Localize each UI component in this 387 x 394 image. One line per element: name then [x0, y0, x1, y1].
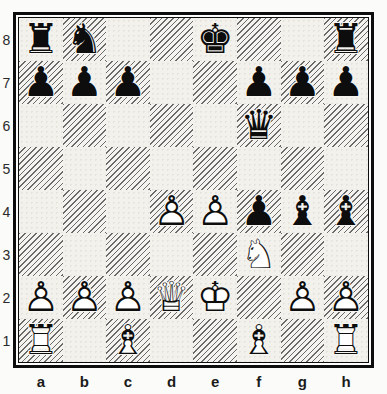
square-b1[interactable]: [63, 319, 107, 362]
square-g2[interactable]: ♟♙: [281, 276, 325, 319]
square-e5[interactable]: [193, 147, 237, 190]
square-a3[interactable]: [19, 233, 63, 276]
board-frame: ♜♞♚♜♟♟♟♟♟♟♛♟♙♟♙♟♝♝♞♘♟♙♟♙♟♙♛♕♚♔♟♙♟♙♜♖♝♗♝♗…: [13, 12, 374, 368]
piece-outline-layer: ♖: [22, 316, 59, 364]
piece-white-king: ♚♔: [197, 276, 234, 319]
piece-black-pawn: ♟: [328, 61, 365, 104]
square-f1[interactable]: ♝♗: [237, 319, 281, 362]
square-d7[interactable]: [150, 61, 194, 104]
piece-black-pawn: ♟: [240, 61, 277, 104]
square-d2[interactable]: ♛♕: [150, 276, 194, 319]
piece-outline-layer: ♙: [328, 273, 365, 321]
piece-black-king: ♚: [197, 18, 234, 61]
rank-label-7: 7: [0, 75, 13, 91]
square-f2[interactable]: [237, 276, 281, 319]
piece-white-pawn: ♟♙: [22, 276, 59, 319]
square-d1[interactable]: [150, 319, 194, 362]
piece-white-pawn: ♟♙: [284, 276, 321, 319]
square-h7[interactable]: ♟: [324, 61, 368, 104]
square-c1[interactable]: ♝♗: [106, 319, 150, 362]
piece-white-bishop: ♝♗: [240, 319, 277, 362]
square-a4[interactable]: [19, 190, 63, 233]
piece-black-queen: ♛: [240, 104, 277, 147]
piece-white-pawn: ♟♙: [197, 190, 234, 233]
square-h5[interactable]: [324, 147, 368, 190]
square-c3[interactable]: [106, 233, 150, 276]
piece-black-pawn: ♟: [110, 61, 147, 104]
piece-white-pawn: ♟♙: [110, 276, 147, 319]
rank-label-1: 1: [0, 333, 13, 349]
chess-board: ♜♞♚♜♟♟♟♟♟♟♛♟♙♟♙♟♝♝♞♘♟♙♟♙♟♙♛♕♚♔♟♙♟♙♜♖♝♗♝♗…: [19, 18, 368, 362]
square-a7[interactable]: ♟: [19, 61, 63, 104]
rank-label-8: 8: [0, 32, 13, 48]
rank-label-4: 4: [0, 204, 13, 220]
piece-outline-layer: ♙: [66, 273, 103, 321]
rank-label-5: 5: [0, 161, 13, 177]
square-e6[interactable]: [193, 104, 237, 147]
square-c2[interactable]: ♟♙: [106, 276, 150, 319]
piece-outline-layer: ♙: [153, 187, 190, 235]
square-b7[interactable]: ♟: [63, 61, 107, 104]
file-label-h: h: [341, 373, 350, 390]
square-f5[interactable]: [237, 147, 281, 190]
piece-white-pawn: ♟♙: [328, 276, 365, 319]
square-a5[interactable]: [19, 147, 63, 190]
piece-white-pawn: ♟♙: [153, 190, 190, 233]
square-h4[interactable]: ♝: [324, 190, 368, 233]
square-b4[interactable]: [63, 190, 107, 233]
chess-diagram: 87654321 ♜♞♚♜♟♟♟♟♟♟♛♟♙♟♙♟♝♝♞♘♟♙♟♙♟♙♛♕♚♔♟…: [0, 0, 387, 394]
piece-outline-layer: ♖: [328, 316, 365, 364]
piece-white-rook: ♜♖: [328, 319, 365, 362]
file-label-e: e: [211, 373, 219, 390]
piece-outline-layer: ♙: [110, 273, 147, 321]
square-h2[interactable]: ♟♙: [324, 276, 368, 319]
square-c7[interactable]: ♟: [106, 61, 150, 104]
square-e4[interactable]: ♟♙: [193, 190, 237, 233]
square-e2[interactable]: ♚♔: [193, 276, 237, 319]
square-e3[interactable]: [193, 233, 237, 276]
square-d5[interactable]: [150, 147, 194, 190]
piece-white-bishop: ♝♗: [110, 319, 147, 362]
square-g6[interactable]: [281, 104, 325, 147]
piece-outline-layer: ♗: [110, 316, 147, 364]
square-e7[interactable]: [193, 61, 237, 104]
piece-outline-layer: ♙: [22, 273, 59, 321]
rank-label-6: 6: [0, 118, 13, 134]
file-label-d: d: [167, 373, 176, 390]
square-g3[interactable]: [281, 233, 325, 276]
square-h6[interactable]: [324, 104, 368, 147]
file-label-f: f: [256, 373, 261, 390]
piece-white-pawn: ♟♙: [66, 276, 103, 319]
file-label-c: c: [124, 373, 132, 390]
square-h3[interactable]: [324, 233, 368, 276]
board-inner-border: ♜♞♚♜♟♟♟♟♟♟♛♟♙♟♙♟♝♝♞♘♟♙♟♙♟♙♛♕♚♔♟♙♟♙♜♖♝♗♝♗…: [18, 17, 369, 363]
piece-white-knight: ♞♘: [240, 233, 277, 276]
square-a8[interactable]: ♜: [19, 18, 63, 61]
square-b3[interactable]: [63, 233, 107, 276]
piece-black-bishop: ♝: [284, 190, 321, 233]
piece-black-pawn: ♟: [240, 190, 277, 233]
piece-outline-layer: ♗: [240, 316, 277, 364]
file-label-b: b: [80, 373, 89, 390]
square-f6[interactable]: ♛: [237, 104, 281, 147]
piece-outline-layer: ♘: [240, 230, 277, 278]
rank-label-2: 2: [0, 290, 13, 306]
square-f7[interactable]: ♟: [237, 61, 281, 104]
piece-white-queen: ♛♕: [153, 276, 190, 319]
piece-black-rook: ♜: [328, 18, 365, 61]
square-a6[interactable]: [19, 104, 63, 147]
square-d8[interactable]: [150, 18, 194, 61]
square-b6[interactable]: [63, 104, 107, 147]
square-g1[interactable]: [281, 319, 325, 362]
piece-outline-layer: ♔: [197, 273, 234, 321]
square-d4[interactable]: ♟♙: [150, 190, 194, 233]
square-g8[interactable]: [281, 18, 325, 61]
square-d6[interactable]: [150, 104, 194, 147]
file-label-a: a: [37, 373, 45, 390]
piece-outline-layer: ♙: [284, 273, 321, 321]
square-b8[interactable]: ♞: [63, 18, 107, 61]
square-h8[interactable]: ♜: [324, 18, 368, 61]
square-f3[interactable]: ♞♘: [237, 233, 281, 276]
square-e1[interactable]: [193, 319, 237, 362]
piece-black-bishop: ♝: [328, 190, 365, 233]
square-a2[interactable]: ♟♙: [19, 276, 63, 319]
square-c6[interactable]: [106, 104, 150, 147]
square-c8[interactable]: [106, 18, 150, 61]
piece-white-rook: ♜♖: [22, 319, 59, 362]
square-h1[interactable]: ♜♖: [324, 319, 368, 362]
square-b5[interactable]: [63, 147, 107, 190]
file-label-g: g: [298, 373, 307, 390]
piece-black-pawn: ♟: [284, 61, 321, 104]
square-g4[interactable]: ♝: [281, 190, 325, 233]
square-d3[interactable]: [150, 233, 194, 276]
square-g7[interactable]: ♟: [281, 61, 325, 104]
piece-black-pawn: ♟: [66, 61, 103, 104]
square-b2[interactable]: ♟♙: [63, 276, 107, 319]
square-a1[interactable]: ♜♖: [19, 319, 63, 362]
piece-black-knight: ♞: [66, 18, 103, 61]
square-f4[interactable]: ♟: [237, 190, 281, 233]
square-c4[interactable]: [106, 190, 150, 233]
piece-outline-layer: ♙: [197, 187, 234, 235]
piece-black-rook: ♜: [22, 18, 59, 61]
piece-black-pawn: ♟: [22, 61, 59, 104]
rank-label-3: 3: [0, 247, 13, 263]
piece-outline-layer: ♕: [153, 273, 190, 321]
square-e8[interactable]: ♚: [193, 18, 237, 61]
square-c5[interactable]: [106, 147, 150, 190]
square-g5[interactable]: [281, 147, 325, 190]
square-f8[interactable]: [237, 18, 281, 61]
